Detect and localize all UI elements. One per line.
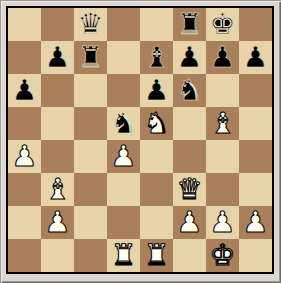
- black-pawn[interactable]: ♟: [140, 74, 173, 107]
- square-g1[interactable]: ♚: [206, 239, 239, 272]
- black-queen[interactable]: ♛: [74, 8, 107, 41]
- square-b8[interactable]: [41, 8, 74, 41]
- black-pawn[interactable]: ♟: [8, 74, 41, 107]
- square-c5[interactable]: [74, 107, 107, 140]
- black-pawn[interactable]: ♟: [239, 41, 272, 74]
- square-e4[interactable]: [140, 140, 173, 173]
- square-h5[interactable]: [239, 107, 272, 140]
- square-f5[interactable]: [173, 107, 206, 140]
- square-a3[interactable]: [8, 173, 41, 206]
- square-d6[interactable]: [107, 74, 140, 107]
- square-h1[interactable]: [239, 239, 272, 272]
- square-c6[interactable]: [74, 74, 107, 107]
- square-h4[interactable]: [239, 140, 272, 173]
- white-pawn[interactable]: ♟: [107, 140, 140, 173]
- chess-board-border: ♛♜♚♟♜♝♟♟♟♟♟♞♞♞♝♟♟♝♛♟♟♟♟♜♜♚: [6, 6, 274, 274]
- black-king[interactable]: ♚: [206, 8, 239, 41]
- square-b5[interactable]: [41, 107, 74, 140]
- square-a6[interactable]: ♟: [8, 74, 41, 107]
- white-pawn[interactable]: ♟: [206, 206, 239, 239]
- square-b7[interactable]: ♟: [41, 41, 74, 74]
- square-f8[interactable]: ♜: [173, 8, 206, 41]
- white-pawn[interactable]: ♟: [8, 140, 41, 173]
- square-h3[interactable]: [239, 173, 272, 206]
- square-d3[interactable]: [107, 173, 140, 206]
- square-c2[interactable]: [74, 206, 107, 239]
- chess-board-frame: ♛♜♚♟♜♝♟♟♟♟♟♞♞♞♝♟♟♝♛♟♟♟♟♜♜♚: [0, 0, 281, 283]
- square-c7[interactable]: ♜: [74, 41, 107, 74]
- black-rook[interactable]: ♜: [173, 8, 206, 41]
- square-h6[interactable]: [239, 74, 272, 107]
- square-e7[interactable]: ♝: [140, 41, 173, 74]
- square-f6[interactable]: ♞: [173, 74, 206, 107]
- square-f2[interactable]: ♟: [173, 206, 206, 239]
- square-a1[interactable]: [8, 239, 41, 272]
- square-c1[interactable]: [74, 239, 107, 272]
- chess-board: ♛♜♚♟♜♝♟♟♟♟♟♞♞♞♝♟♟♝♛♟♟♟♟♜♜♚: [8, 8, 272, 272]
- square-a8[interactable]: [8, 8, 41, 41]
- square-d2[interactable]: [107, 206, 140, 239]
- square-e8[interactable]: [140, 8, 173, 41]
- black-bishop[interactable]: ♝: [140, 41, 173, 74]
- square-d8[interactable]: [107, 8, 140, 41]
- white-pawn[interactable]: ♟: [173, 206, 206, 239]
- square-g4[interactable]: [206, 140, 239, 173]
- square-a7[interactable]: [8, 41, 41, 74]
- black-knight[interactable]: ♞: [173, 74, 206, 107]
- black-knight[interactable]: ♞: [107, 107, 140, 140]
- square-d7[interactable]: [107, 41, 140, 74]
- white-pawn[interactable]: ♟: [239, 206, 272, 239]
- square-g6[interactable]: [206, 74, 239, 107]
- square-f1[interactable]: [173, 239, 206, 272]
- square-g8[interactable]: ♚: [206, 8, 239, 41]
- square-b1[interactable]: [41, 239, 74, 272]
- square-e2[interactable]: [140, 206, 173, 239]
- black-pawn[interactable]: ♟: [41, 41, 74, 74]
- white-king[interactable]: ♚: [206, 239, 239, 272]
- square-g3[interactable]: [206, 173, 239, 206]
- square-a4[interactable]: ♟: [8, 140, 41, 173]
- white-rook[interactable]: ♜: [107, 239, 140, 272]
- square-e6[interactable]: ♟: [140, 74, 173, 107]
- square-h7[interactable]: ♟: [239, 41, 272, 74]
- square-d1[interactable]: ♜: [107, 239, 140, 272]
- square-f7[interactable]: ♟: [173, 41, 206, 74]
- square-b6[interactable]: [41, 74, 74, 107]
- square-f4[interactable]: [173, 140, 206, 173]
- square-h8[interactable]: [239, 8, 272, 41]
- black-pawn[interactable]: ♟: [173, 41, 206, 74]
- square-b3[interactable]: ♝: [41, 173, 74, 206]
- square-e3[interactable]: [140, 173, 173, 206]
- square-c3[interactable]: [74, 173, 107, 206]
- white-knight[interactable]: ♞: [140, 107, 173, 140]
- square-e5[interactable]: ♞: [140, 107, 173, 140]
- white-rook[interactable]: ♜: [140, 239, 173, 272]
- square-f3[interactable]: ♛: [173, 173, 206, 206]
- white-bishop[interactable]: ♝: [41, 173, 74, 206]
- square-c4[interactable]: [74, 140, 107, 173]
- square-e1[interactable]: ♜: [140, 239, 173, 272]
- square-a5[interactable]: [8, 107, 41, 140]
- black-pawn[interactable]: ♟: [206, 41, 239, 74]
- square-a2[interactable]: [8, 206, 41, 239]
- square-b2[interactable]: ♟: [41, 206, 74, 239]
- square-b4[interactable]: [41, 140, 74, 173]
- square-g7[interactable]: ♟: [206, 41, 239, 74]
- square-d4[interactable]: ♟: [107, 140, 140, 173]
- white-bishop[interactable]: ♝: [206, 107, 239, 140]
- black-rook[interactable]: ♜: [74, 41, 107, 74]
- square-g2[interactable]: ♟: [206, 206, 239, 239]
- square-d5[interactable]: ♞: [107, 107, 140, 140]
- white-queen[interactable]: ♛: [173, 173, 206, 206]
- white-pawn[interactable]: ♟: [41, 206, 74, 239]
- square-g5[interactable]: ♝: [206, 107, 239, 140]
- square-c8[interactable]: ♛: [74, 8, 107, 41]
- square-h2[interactable]: ♟: [239, 206, 272, 239]
